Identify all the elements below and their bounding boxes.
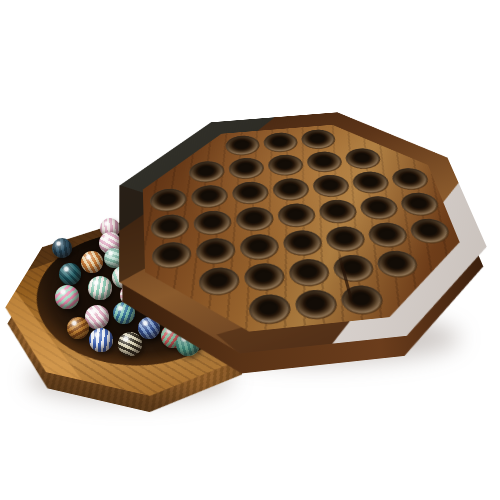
board-hole-r5c2[interactable] bbox=[242, 261, 286, 292]
board-hole-r2c2[interactable] bbox=[230, 180, 269, 205]
board-hole-r4c6[interactable] bbox=[406, 217, 452, 245]
board-hole-r3c4[interactable] bbox=[316, 198, 359, 225]
board-hole-r5c1[interactable] bbox=[197, 266, 240, 298]
board-hole-r1c5[interactable] bbox=[342, 147, 382, 170]
board-hole-r4c1[interactable] bbox=[195, 236, 237, 265]
board-hole-r3c1[interactable] bbox=[192, 209, 232, 236]
board-hole-r6c2[interactable] bbox=[246, 292, 292, 326]
board-hole-r0c3[interactable] bbox=[261, 131, 299, 153]
board-hole-r3c6[interactable] bbox=[397, 191, 441, 217]
board-hole-r4c4[interactable] bbox=[323, 225, 367, 253]
marble-11-green-pink-swirl[interactable] bbox=[55, 285, 79, 309]
board-hole-r3c5[interactable] bbox=[357, 195, 400, 221]
marble-21-amber-swirl[interactable] bbox=[67, 317, 89, 339]
board-hole-r4c0[interactable] bbox=[151, 240, 192, 270]
board-hole-r3c3[interactable] bbox=[275, 202, 317, 229]
board-hole-r3c0[interactable] bbox=[150, 213, 189, 241]
board-hole-r1c2[interactable] bbox=[227, 156, 265, 180]
board-hole-r5c4[interactable] bbox=[330, 253, 376, 284]
board-hole-r1c1[interactable] bbox=[188, 160, 225, 184]
board-hole-r2c0[interactable] bbox=[149, 187, 187, 213]
board-hole-r1c3[interactable] bbox=[266, 153, 305, 177]
board-hole-r1c4[interactable] bbox=[304, 150, 344, 173]
solitaire-set-photo bbox=[0, 0, 500, 500]
board-hole-r6c4[interactable] bbox=[338, 283, 386, 316]
board-hole-r2c6[interactable] bbox=[388, 167, 431, 191]
board-hole-r6c3[interactable] bbox=[292, 288, 339, 321]
board-hole-r4c5[interactable] bbox=[365, 221, 410, 249]
board-hole-r2c3[interactable] bbox=[270, 177, 310, 202]
marble-4-amber-swirl[interactable] bbox=[81, 251, 103, 273]
board-hole-r2c4[interactable] bbox=[310, 173, 351, 198]
board-hole-r5c3[interactable] bbox=[286, 257, 331, 288]
board-hole-r2c5[interactable] bbox=[349, 170, 391, 195]
board-hole-r2c1[interactable] bbox=[190, 184, 229, 210]
board-hole-r0c4[interactable] bbox=[299, 128, 337, 150]
board-hole-r3c2[interactable] bbox=[234, 205, 275, 232]
board-hole-r5c5[interactable] bbox=[373, 249, 420, 279]
board-hole-r0c2[interactable] bbox=[224, 134, 261, 156]
marble-10-green-white-swirl[interactable] bbox=[88, 276, 112, 300]
marble-1-dark-teal-swirl[interactable] bbox=[52, 238, 72, 258]
board-hole-r4c3[interactable] bbox=[281, 229, 324, 258]
marble-22-blue-white-swirl[interactable] bbox=[89, 328, 113, 352]
board-hole-r4c2[interactable] bbox=[238, 232, 280, 261]
marble-5-teal-swirl[interactable] bbox=[59, 263, 81, 285]
